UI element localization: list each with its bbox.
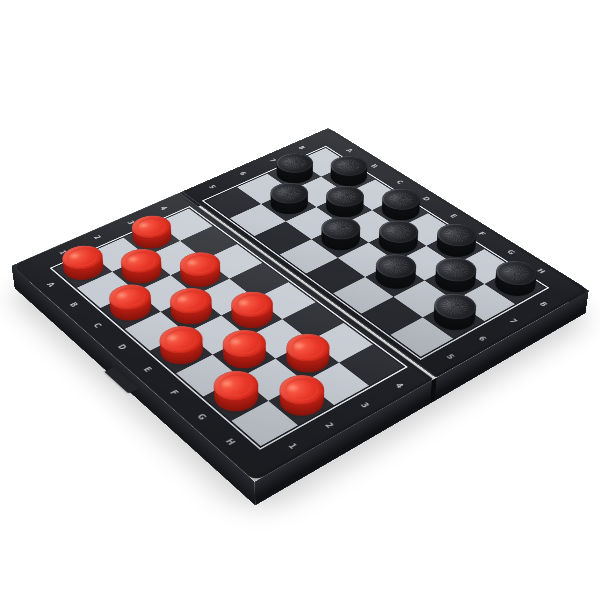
rank-label-2-near: 2: [319, 419, 339, 433]
rank-label-6-near: 6: [473, 333, 492, 345]
rank-label-4-near: 4: [389, 379, 408, 392]
file-label-d-left: D: [113, 341, 131, 353]
file-label-a-left: A: [42, 279, 59, 290]
rank-label-5-near: 5: [441, 351, 460, 363]
rank-label-6-far: 6: [234, 169, 250, 178]
rank-label-1-near: 1: [282, 439, 302, 453]
product-photo-scene: 11223344ABCDEFGH 55667788ABCDEFGH: [0, 0, 600, 600]
rank-label-2-far: 2: [89, 232, 106, 242]
file-label-g-left: G: [192, 410, 212, 424]
rank-label-3-near: 3: [355, 399, 375, 412]
folding-checkers-board: 11223344ABCDEFGH 55667788ABCDEFGH: [11, 128, 588, 482]
file-label-a-right: A: [341, 146, 357, 154]
file-label-e-left: E: [138, 363, 157, 376]
file-label-h-left: H: [220, 435, 240, 449]
checker-red-a1: [56, 254, 111, 287]
file-label-g-right: G: [502, 247, 520, 257]
file-label-c-right: C: [391, 178, 407, 187]
file-label-b-left: B: [64, 299, 82, 310]
rank-label-5-far: 5: [204, 183, 220, 192]
file-label-f-left: F: [164, 386, 183, 399]
rank-label-4-far: 4: [155, 204, 171, 213]
rank-label-7-near: 7: [504, 316, 523, 328]
file-label-c-left: C: [88, 320, 106, 332]
rank-label-8-near: 8: [534, 299, 552, 310]
file-label-e-right: E: [445, 211, 462, 221]
file-label-b-right: B: [366, 162, 382, 171]
rank-label-8-far: 8: [293, 144, 309, 152]
